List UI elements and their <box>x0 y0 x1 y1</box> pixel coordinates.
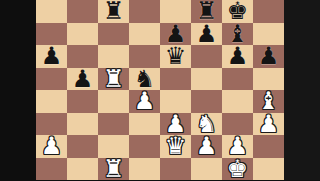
square-d2[interactable] <box>129 135 160 158</box>
square-e5[interactable] <box>160 68 191 91</box>
square-b1[interactable] <box>67 158 98 181</box>
square-c8[interactable]: ♜ <box>98 0 129 23</box>
black-pawn[interactable]: ♟ <box>227 45 249 68</box>
square-b4[interactable] <box>67 90 98 113</box>
black-pawn[interactable]: ♟ <box>41 45 63 68</box>
black-rook[interactable]: ♜ <box>103 0 125 22</box>
square-h1[interactable] <box>253 158 284 181</box>
black-pawn[interactable]: ♟ <box>196 22 218 45</box>
square-b2[interactable] <box>67 135 98 158</box>
square-c7[interactable] <box>98 23 129 46</box>
black-pawn[interactable]: ♟ <box>258 45 280 68</box>
square-b5[interactable]: ♟ <box>67 68 98 91</box>
black-queen[interactable]: ♛ <box>165 45 187 68</box>
square-c3[interactable] <box>98 113 129 136</box>
white-rook[interactable]: ♜ <box>103 67 125 90</box>
square-f7[interactable]: ♟ <box>191 23 222 46</box>
white-pawn[interactable]: ♟ <box>134 90 156 113</box>
white-king[interactable]: ♚ <box>227 157 249 180</box>
square-c5[interactable]: ♜ <box>98 68 129 91</box>
black-pawn[interactable]: ♟ <box>72 67 94 90</box>
square-d8[interactable] <box>129 0 160 23</box>
square-a2[interactable]: ♟ <box>36 135 67 158</box>
white-pawn[interactable]: ♟ <box>196 135 218 158</box>
letterbox-left <box>0 0 36 180</box>
square-h3[interactable]: ♟ <box>253 113 284 136</box>
square-h6[interactable]: ♟ <box>253 45 284 68</box>
square-b7[interactable] <box>67 23 98 46</box>
square-d3[interactable] <box>129 113 160 136</box>
square-a5[interactable] <box>36 68 67 91</box>
square-g6[interactable]: ♟ <box>222 45 253 68</box>
square-d4[interactable]: ♟ <box>129 90 160 113</box>
square-e6[interactable]: ♛ <box>160 45 191 68</box>
square-e1[interactable] <box>160 158 191 181</box>
square-a4[interactable] <box>36 90 67 113</box>
square-f1[interactable] <box>191 158 222 181</box>
white-pawn[interactable]: ♟ <box>258 112 280 135</box>
square-b8[interactable] <box>67 0 98 23</box>
square-a1[interactable] <box>36 158 67 181</box>
square-f5[interactable] <box>191 68 222 91</box>
square-d7[interactable] <box>129 23 160 46</box>
square-h2[interactable] <box>253 135 284 158</box>
white-pawn[interactable]: ♟ <box>41 135 63 158</box>
chess-board: ♜♜♚♟♟♝♟♛♟♟♟♜♞♟♝♟♞♟♟♛♟♟♜♚ <box>36 0 284 180</box>
square-f2[interactable]: ♟ <box>191 135 222 158</box>
white-queen[interactable]: ♛ <box>165 135 187 158</box>
square-e2[interactable]: ♛ <box>160 135 191 158</box>
square-f6[interactable] <box>191 45 222 68</box>
square-b3[interactable] <box>67 113 98 136</box>
white-rook[interactable]: ♜ <box>103 157 125 180</box>
square-g1[interactable]: ♚ <box>222 158 253 181</box>
square-a8[interactable] <box>36 0 67 23</box>
square-c1[interactable]: ♜ <box>98 158 129 181</box>
letterbox-right <box>284 0 320 180</box>
square-g4[interactable] <box>222 90 253 113</box>
square-a6[interactable]: ♟ <box>36 45 67 68</box>
square-c4[interactable] <box>98 90 129 113</box>
square-d1[interactable] <box>129 158 160 181</box>
square-h8[interactable] <box>253 0 284 23</box>
square-g5[interactable] <box>222 68 253 91</box>
